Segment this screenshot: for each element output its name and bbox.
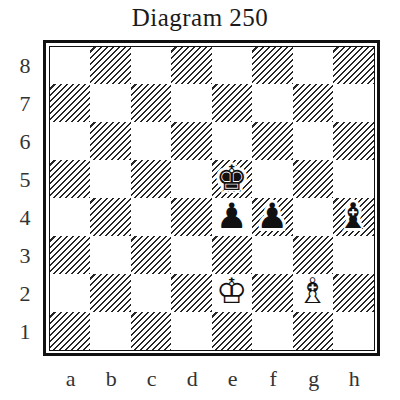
square-c6[interactable] — [131, 122, 172, 160]
square-h5[interactable] — [333, 160, 374, 198]
file-label-a: a — [51, 364, 92, 394]
square-h6[interactable] — [333, 122, 374, 160]
square-f2[interactable] — [252, 274, 293, 312]
square-d8[interactable] — [171, 47, 212, 85]
square-f8[interactable] — [252, 47, 293, 85]
rank-label-2: 2 — [12, 275, 38, 313]
square-h3[interactable] — [333, 236, 374, 274]
square-a2[interactable] — [50, 274, 91, 312]
square-e6[interactable] — [212, 122, 253, 160]
square-c4[interactable] — [131, 198, 172, 236]
chess-board-frame: ♚♟♟♝♔♗ — [43, 40, 380, 356]
square-h4[interactable]: ♝ — [333, 198, 374, 236]
square-f4[interactable]: ♟ — [252, 198, 293, 236]
square-c8[interactable] — [131, 47, 172, 85]
square-d1[interactable] — [171, 312, 212, 350]
rank-label-5: 5 — [12, 161, 38, 199]
square-b3[interactable] — [90, 236, 131, 274]
square-c2[interactable] — [131, 274, 172, 312]
file-label-d: d — [172, 364, 213, 394]
square-b6[interactable] — [90, 122, 131, 160]
square-e4[interactable]: ♟ — [212, 198, 253, 236]
square-c5[interactable] — [131, 160, 172, 198]
square-e5[interactable]: ♚ — [212, 160, 253, 198]
square-d4[interactable] — [171, 198, 212, 236]
rank-labels: 87654321 — [12, 48, 38, 351]
square-e3[interactable] — [212, 236, 253, 274]
square-b5[interactable] — [90, 160, 131, 198]
file-label-b: b — [91, 364, 132, 394]
diagram-title: Diagram 250 — [0, 4, 400, 32]
diagram-page: Diagram 250 87654321 ♚♟♟♝♔♗ abcdefgh — [0, 0, 400, 400]
square-g7[interactable] — [293, 84, 334, 122]
square-e1[interactable] — [212, 312, 253, 350]
square-h1[interactable] — [333, 312, 374, 350]
file-label-f: f — [253, 364, 294, 394]
square-f1[interactable] — [252, 312, 293, 350]
square-g1[interactable] — [293, 312, 334, 350]
square-f3[interactable] — [252, 236, 293, 274]
square-b1[interactable] — [90, 312, 131, 350]
square-d3[interactable] — [171, 236, 212, 274]
file-label-g: g — [294, 364, 335, 394]
square-b2[interactable] — [90, 274, 131, 312]
square-g2[interactable]: ♗ — [293, 274, 334, 312]
square-g6[interactable] — [293, 122, 334, 160]
white-king: ♔ — [216, 274, 247, 309]
square-e8[interactable] — [212, 47, 253, 85]
square-d7[interactable] — [171, 84, 212, 122]
rank-label-8: 8 — [12, 48, 38, 86]
black-pawn-e4: ♟ — [216, 199, 247, 234]
square-d2[interactable] — [171, 274, 212, 312]
square-a1[interactable] — [50, 312, 91, 350]
square-g8[interactable] — [293, 47, 334, 85]
square-f7[interactable] — [252, 84, 293, 122]
square-g3[interactable] — [293, 236, 334, 274]
square-b7[interactable] — [90, 84, 131, 122]
square-a7[interactable] — [50, 84, 91, 122]
square-b4[interactable] — [90, 198, 131, 236]
file-label-h: h — [334, 364, 375, 394]
black-king: ♚ — [216, 161, 247, 196]
rank-label-7: 7 — [12, 85, 38, 123]
square-a5[interactable] — [50, 160, 91, 198]
square-c3[interactable] — [131, 236, 172, 274]
chess-board: ♚♟♟♝♔♗ — [49, 46, 375, 351]
square-f6[interactable] — [252, 122, 293, 160]
square-e7[interactable] — [212, 84, 253, 122]
square-a4[interactable] — [50, 198, 91, 236]
square-b8[interactable] — [90, 47, 131, 85]
square-c7[interactable] — [131, 84, 172, 122]
square-d6[interactable] — [171, 122, 212, 160]
rank-label-6: 6 — [12, 123, 38, 161]
square-f5[interactable] — [252, 160, 293, 198]
square-g4[interactable] — [293, 198, 334, 236]
rank-label-1: 1 — [12, 313, 38, 351]
square-a3[interactable] — [50, 236, 91, 274]
square-a6[interactable] — [50, 122, 91, 160]
file-labels: abcdefgh — [51, 364, 375, 394]
black-pawn-f4: ♟ — [257, 199, 288, 234]
square-h8[interactable] — [333, 47, 374, 85]
square-d5[interactable] — [171, 160, 212, 198]
black-bishop: ♝ — [338, 199, 369, 234]
square-h2[interactable] — [333, 274, 374, 312]
file-label-c: c — [132, 364, 173, 394]
square-a8[interactable] — [50, 47, 91, 85]
square-c1[interactable] — [131, 312, 172, 350]
rank-label-4: 4 — [12, 199, 38, 237]
square-e2[interactable]: ♔ — [212, 274, 253, 312]
white-bishop: ♗ — [297, 274, 328, 309]
rank-label-3: 3 — [12, 237, 38, 275]
square-h7[interactable] — [333, 84, 374, 122]
file-label-e: e — [213, 364, 254, 394]
square-g5[interactable] — [293, 160, 334, 198]
